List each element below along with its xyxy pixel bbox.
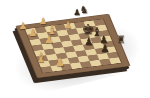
- white-pawn: ♟: [55, 57, 65, 68]
- black-pawn: ♟: [100, 43, 109, 54]
- white-bishop: ♝: [35, 50, 47, 64]
- pieces-layer: ♟♟♟♝♟♟♝♟♟♞♚♝♟♟♜♟: [0, 0, 150, 98]
- white-pawn: ♟: [29, 28, 38, 38]
- black-pawn: ♟: [84, 37, 93, 47]
- white-pawn: ♟: [44, 34, 53, 45]
- black-rook: ♜: [117, 35, 126, 45]
- black-knight: ♞: [80, 5, 89, 15]
- product-photo-scene: ♟♟♟♝♟♟♝♟♟♞♚♝♟♟♜♟: [0, 0, 150, 98]
- white-pawn: ♟: [64, 22, 72, 31]
- white-pawn: ♟: [19, 21, 28, 31]
